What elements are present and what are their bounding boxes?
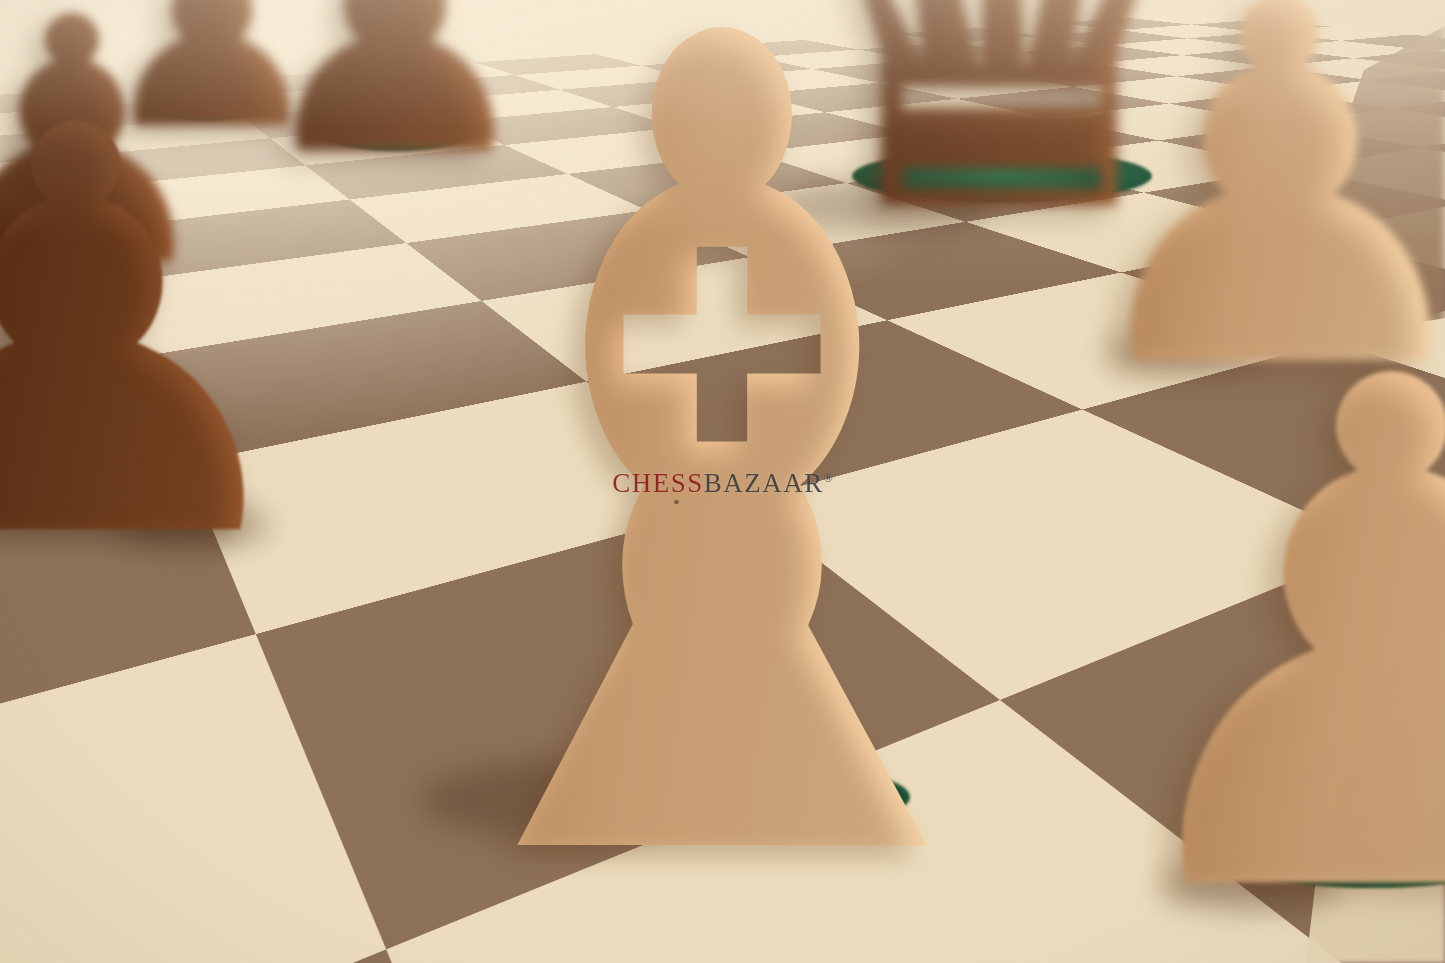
chess-photo-scene: ♟♟♟♛♟♟♝♟ CHESSBAZAAR® (0, 0, 1445, 963)
piece-ground-shadow (1160, 859, 1340, 911)
piece-ground-shadow (110, 500, 270, 550)
dust-speck (674, 500, 679, 504)
green-felt-base (0, 208, 147, 248)
piece-ground-shadow (770, 178, 990, 232)
piece-ground-shadow (420, 760, 700, 840)
green-felt-base (322, 117, 468, 151)
piece-ground-shadow (1105, 333, 1255, 371)
green-felt-base (146, 91, 264, 121)
